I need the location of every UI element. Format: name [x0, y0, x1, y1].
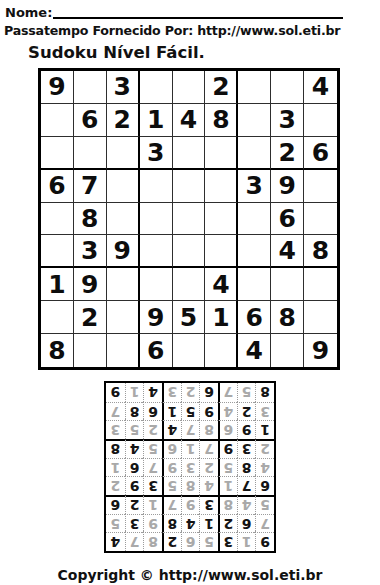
puzzle-cell-r5c1[interactable]: [41, 203, 74, 236]
puzzle-cell-r3c3[interactable]: [107, 137, 140, 170]
solution-cell-r1c8: 7: [125, 532, 144, 551]
solution-cell-r9c4: 6: [199, 383, 218, 402]
puzzle-cell-r9c4: 6: [140, 334, 173, 367]
solution-cell-r1c4: 5: [199, 532, 218, 551]
solution-cell-r6c9: 8: [106, 439, 125, 458]
puzzle-cell-r1c8[interactable]: [271, 71, 304, 104]
puzzle-cell-r1c7[interactable]: [238, 71, 271, 104]
puzzle-cell-r7c9[interactable]: [304, 268, 337, 301]
solution-cell-r6c4: 7: [199, 439, 218, 458]
solution-cell-r6c2: 3: [237, 439, 256, 458]
puzzle-cell-r8c1[interactable]: [41, 301, 74, 334]
solution-cell-r8c4: 9: [199, 402, 218, 421]
puzzle-cell-r7c8[interactable]: [271, 268, 304, 301]
puzzle-cell-r7c4[interactable]: [140, 268, 173, 301]
solution-cell-r7c3: 6: [218, 420, 237, 439]
solution-cell-r2c9: 5: [106, 514, 125, 533]
puzzle-cell-r2c4: 1: [140, 104, 173, 137]
puzzle-cell-r8c3[interactable]: [107, 301, 140, 334]
puzzle-cell-r4c3[interactable]: [107, 170, 140, 203]
puzzle-cell-r9c9: 9: [304, 334, 337, 367]
solution-cell-r6c3: 9: [218, 439, 237, 458]
solution-cell-r9c6: 3: [162, 383, 181, 402]
solution-cell-r1c2: 1: [237, 532, 256, 551]
solution-cell-r1c9: 4: [106, 532, 125, 551]
puzzle-cell-r3c1[interactable]: [41, 137, 74, 170]
name-fill-in-line[interactable]: [53, 5, 343, 19]
solution-cell-r3c3: 8: [218, 495, 237, 514]
solution-cell-r1c3: 3: [218, 532, 237, 551]
puzzle-cell-r6c1[interactable]: [41, 235, 74, 268]
solution-cell-r9c2: 5: [237, 383, 256, 402]
puzzle-grid-wrap: 932462148332667398639481942951688649: [38, 68, 380, 370]
puzzle-cell-r1c2[interactable]: [74, 71, 107, 104]
solution-cell-r4c3: 1: [218, 476, 237, 495]
puzzle-cell-r2c7[interactable]: [238, 104, 271, 137]
puzzle-cell-r2c2: 6: [74, 104, 107, 137]
puzzle-cell-r7c2: 9: [74, 268, 107, 301]
solution-cell-r8c1: 3: [255, 402, 274, 421]
solution-cell-r9c8: 1: [125, 383, 144, 402]
puzzle-cell-r4c5[interactable]: [173, 170, 206, 203]
puzzle-cell-r7c1: 1: [41, 268, 74, 301]
solution-cell-r5c5: 3: [181, 458, 200, 477]
puzzle-cell-r8c7: 6: [238, 301, 271, 334]
puzzle-cell-r3c6[interactable]: [205, 137, 238, 170]
puzzle-cell-r8c5: 5: [173, 301, 206, 334]
solution-cell-r5c8: 6: [125, 458, 144, 477]
solution-cell-r4c8: 9: [125, 476, 144, 495]
solution-cell-r4c9: 2: [106, 476, 125, 495]
puzzle-cell-r5c9[interactable]: [304, 203, 337, 236]
puzzle-cell-r9c6[interactable]: [205, 334, 238, 367]
puzzle-cell-r8c8: 8: [271, 301, 304, 334]
solution-cell-r4c6: 5: [162, 476, 181, 495]
puzzle-cell-r7c7[interactable]: [238, 268, 271, 301]
puzzle-cell-r2c5: 4: [173, 104, 206, 137]
solution-cell-r1c7: 8: [143, 532, 162, 551]
copyright-text: Copyright © http://www.sol.eti.br: [0, 567, 380, 583]
solution-cell-r6c7: 5: [143, 439, 162, 458]
puzzle-cell-r5c7[interactable]: [238, 203, 271, 236]
puzzle-cell-r6c4[interactable]: [140, 235, 173, 268]
solution-cell-r7c9: 3: [106, 420, 125, 439]
solution-cell-r8c9: 7: [106, 402, 125, 421]
solution-cell-r6c1: 2: [255, 439, 274, 458]
puzzle-cell-r6c8: 4: [271, 235, 304, 268]
puzzle-cell-r9c2[interactable]: [74, 334, 107, 367]
solution-cell-r7c5: 7: [181, 420, 200, 439]
provided-by-text: Passatempo Fornecido Por: http://www.sol…: [4, 23, 380, 38]
name-label: Nome:: [5, 5, 52, 20]
solution-cell-r4c2: 7: [237, 476, 256, 495]
puzzle-cell-r4c2: 7: [74, 170, 107, 203]
solution-cell-r5c3: 5: [218, 458, 237, 477]
solution-cell-r6c6: 6: [162, 439, 181, 458]
solution-cell-r9c3: 7: [218, 383, 237, 402]
solution-cell-r2c8: 3: [125, 514, 144, 533]
solution-cell-r3c4: 3: [199, 495, 218, 514]
solution-cell-r4c1: 6: [255, 476, 274, 495]
solution-cell-r8c3: 4: [218, 402, 237, 421]
solution-cell-r2c7: 9: [143, 514, 162, 533]
solution-cell-r5c6: 9: [162, 458, 181, 477]
puzzle-cell-r5c5[interactable]: [173, 203, 206, 236]
puzzle-cell-r1c3: 3: [107, 71, 140, 104]
puzzle-cell-r6c2: 3: [74, 235, 107, 268]
solution-cell-r8c8: 8: [125, 402, 144, 421]
solution-cell-r3c6: 7: [162, 495, 181, 514]
puzzle-cell-r9c8[interactable]: [271, 334, 304, 367]
puzzle-cell-r4c1: 6: [41, 170, 74, 203]
puzzle-cell-r6c5[interactable]: [173, 235, 206, 268]
solution-cell-r6c8: 4: [125, 439, 144, 458]
solution-cell-r2c4: 1: [199, 514, 218, 533]
solution-cell-r5c1: 4: [255, 458, 274, 477]
puzzle-cell-r2c9[interactable]: [304, 104, 337, 137]
puzzle-cell-r1c6: 2: [205, 71, 238, 104]
puzzle-cell-r3c7[interactable]: [238, 137, 271, 170]
solution-cell-r9c7: 4: [143, 383, 162, 402]
solution-cell-r9c5: 2: [181, 383, 200, 402]
solution-cell-r5c7: 7: [143, 458, 162, 477]
solution-cell-r2c5: 4: [181, 514, 200, 533]
solution-cell-r8c2: 2: [237, 402, 256, 421]
solution-cell-r1c1: 9: [255, 532, 274, 551]
puzzle-cell-r8c9[interactable]: [304, 301, 337, 334]
puzzle-cell-r4c4[interactable]: [140, 170, 173, 203]
solution-cell-r8c6: 1: [162, 402, 181, 421]
puzzle-cell-r3c2[interactable]: [74, 137, 107, 170]
puzzle-cell-r1c1: 9: [41, 71, 74, 104]
puzzle-cell-r9c5[interactable]: [173, 334, 206, 367]
solution-cell-r5c2: 8: [237, 458, 256, 477]
solution-cell-r3c9: 6: [106, 495, 125, 514]
solution-cell-r5c9: 1: [106, 458, 125, 477]
puzzle-cell-r2c8: 3: [271, 104, 304, 137]
puzzle-cell-r9c1: 8: [41, 334, 74, 367]
puzzle-cell-r8c4: 9: [140, 301, 173, 334]
solution-cell-r4c5: 8: [181, 476, 200, 495]
solution-grid-upside-down: 9135628747621489355483971266714853924852…: [104, 381, 276, 553]
puzzle-cell-r5c2: 8: [74, 203, 107, 236]
solution-cell-r1c5: 6: [181, 532, 200, 551]
puzzle-cell-r5c8: 6: [271, 203, 304, 236]
solution-cell-r5c4: 2: [199, 458, 218, 477]
solution-cell-r3c8: 2: [125, 495, 144, 514]
puzzle-cell-r7c5[interactable]: [173, 268, 206, 301]
puzzle-grid: 932462148332667398639481942951688649: [38, 68, 340, 370]
puzzle-cell-r6c9: 8: [304, 235, 337, 268]
puzzle-cell-r5c4[interactable]: [140, 203, 173, 236]
puzzle-cell-r4c9[interactable]: [304, 170, 337, 203]
puzzle-cell-r5c6[interactable]: [205, 203, 238, 236]
solution-cell-r4c4: 4: [199, 476, 218, 495]
solution-cell-r8c5: 5: [181, 402, 200, 421]
puzzle-cell-r6c6[interactable]: [205, 235, 238, 268]
solution-cell-r3c7: 1: [143, 495, 162, 514]
puzzle-cell-r9c7: 4: [238, 334, 271, 367]
puzzle-cell-r4c6[interactable]: [205, 170, 238, 203]
solution-cell-r2c3: 2: [218, 514, 237, 533]
puzzle-cell-r6c3: 9: [107, 235, 140, 268]
puzzle-cell-r5c3[interactable]: [107, 203, 140, 236]
solution-cell-r2c1: 7: [255, 514, 274, 533]
puzzle-cell-r2c6: 8: [205, 104, 238, 137]
solution-cell-r7c4: 8: [199, 420, 218, 439]
puzzle-cell-r3c9: 6: [304, 137, 337, 170]
solution-cell-r2c2: 6: [237, 514, 256, 533]
puzzle-cell-r3c4: 3: [140, 137, 173, 170]
puzzle-cell-r3c5[interactable]: [173, 137, 206, 170]
solution-cell-r7c1: 1: [255, 420, 274, 439]
solution-cell-r9c1: 8: [255, 383, 274, 402]
solution-cell-r9c9: 9: [106, 383, 125, 402]
solution-cell-r4c7: 3: [143, 476, 162, 495]
puzzle-cell-r7c3[interactable]: [107, 268, 140, 301]
puzzle-cell-r8c6: 1: [205, 301, 238, 334]
puzzle-cell-r3c8: 2: [271, 137, 304, 170]
puzzle-cell-r4c7: 3: [238, 170, 271, 203]
puzzle-cell-r9c3[interactable]: [107, 334, 140, 367]
puzzle-cell-r8c2: 2: [74, 301, 107, 334]
name-row: Nome:: [5, 4, 376, 20]
puzzle-cell-r4c8: 9: [271, 170, 304, 203]
solution-cell-r7c6: 4: [162, 420, 181, 439]
solution-cell-r3c5: 9: [181, 495, 200, 514]
solution-cell-r8c7: 6: [143, 402, 162, 421]
solution-cell-r3c2: 4: [237, 495, 256, 514]
puzzle-cell-r2c1[interactable]: [41, 104, 74, 137]
solution-cell-r3c1: 5: [255, 495, 274, 514]
puzzle-cell-r2c3: 2: [107, 104, 140, 137]
puzzle-cell-r1c9: 4: [304, 71, 337, 104]
solution-cell-r2c6: 8: [162, 514, 181, 533]
solution-cell-r7c2: 9: [237, 420, 256, 439]
page-title: Sudoku Nível Fácil.: [28, 43, 380, 62]
worksheet-page: Nome: Passatempo Fornecido Por: http://w…: [0, 0, 380, 583]
puzzle-cell-r1c5[interactable]: [173, 71, 206, 104]
puzzle-cell-r7c6: 4: [205, 268, 238, 301]
puzzle-cell-r1c4[interactable]: [140, 71, 173, 104]
puzzle-cell-r6c7[interactable]: [238, 235, 271, 268]
solution-cell-r7c7: 2: [143, 420, 162, 439]
solution-cell-r6c5: 1: [181, 439, 200, 458]
solution-cell-r1c6: 2: [162, 532, 181, 551]
solution-cell-r7c8: 5: [125, 420, 144, 439]
